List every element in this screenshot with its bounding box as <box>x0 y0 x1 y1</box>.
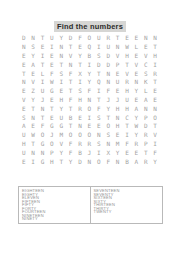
grid-cell-r3c15: H <box>150 52 159 61</box>
grid-cell-r11c13: W <box>132 122 141 131</box>
grid-cell-r3c3: I <box>38 52 47 61</box>
grid-cell-r14c12: E <box>122 148 131 157</box>
grid-cell-r15c11: N <box>113 157 122 166</box>
grid-cell-r14c13: E <box>132 148 141 157</box>
grid-cell-r14c9: I <box>94 148 103 157</box>
grid-cell-r3c7: Y <box>75 52 84 61</box>
grid-cell-r6c1: N <box>19 78 28 87</box>
grid-cell-r1c7: F <box>75 34 84 43</box>
grid-cell-r8c11: J <box>113 96 122 105</box>
grid-cell-r12c13: Y <box>132 131 141 140</box>
grid-cell-r8c13: E <box>132 96 141 105</box>
grid-cell-r12c4: J <box>47 131 56 140</box>
grid-cell-r13c4: O <box>47 140 56 149</box>
grid-cell-r4c4: E <box>47 60 56 69</box>
grid-cell-r9c14: N <box>141 104 150 113</box>
grid-cell-r1c12: E <box>122 34 131 43</box>
grid-cell-r8c14: A <box>141 96 150 105</box>
grid-cell-r1c8: O <box>85 34 94 43</box>
grid-cell-r8c7: H <box>75 96 84 105</box>
grid-cell-r2c6: T <box>66 43 75 52</box>
grid-cell-r7c15: E <box>150 87 159 96</box>
grid-cell-r13c10: N <box>104 140 113 149</box>
grid-cell-r11c1: A <box>19 122 28 131</box>
grid-cell-r13c12: F <box>122 140 131 149</box>
grid-cell-r15c14: R <box>141 157 150 166</box>
grid-cell-r14c11: Y <box>113 148 122 157</box>
grid-cell-r15c7: D <box>75 157 84 166</box>
grid-cell-r4c7: T <box>75 60 84 69</box>
grid-cell-r1c5: Y <box>57 34 66 43</box>
grid-cell-r13c15: I <box>150 140 159 149</box>
grid-cell-r2c12: W <box>122 43 131 52</box>
grid-cell-r7c9: I <box>94 87 103 96</box>
grid-cell-r5c9: T <box>94 69 103 78</box>
grid-cell-r6c12: R <box>122 78 131 87</box>
grid-cell-r5c10: N <box>104 69 113 78</box>
grid-cell-r9c3: N <box>38 104 47 113</box>
grid-cell-r11c8: E <box>85 122 94 131</box>
word-list-right-column: SEVENTEENSEVENTYSIXTEENSIXTYTHIRTEENTHIR… <box>91 187 163 223</box>
grid-cell-r10c5: U <box>57 113 66 122</box>
grid-cell-r11c2: E <box>28 122 37 131</box>
grid-cell-r11c3: F <box>38 122 47 131</box>
grid-cell-r10c13: Y <box>132 113 141 122</box>
grid-cell-r5c13: E <box>132 69 141 78</box>
grid-cell-r8c2: Y <box>28 96 37 105</box>
grid-cell-r3c10: D <box>104 52 113 61</box>
grid-cell-r13c5: V <box>57 140 66 149</box>
grid-cell-r14c2: N <box>28 148 37 157</box>
word-list-left-column: EIGHTEENEIGHTYELEVENFIFTEENFIFTYFORTYFOU… <box>19 187 91 223</box>
grid-cell-r1c3: T <box>38 34 47 43</box>
grid-cell-r8c15: E <box>150 96 159 105</box>
grid-cell-r12c14: R <box>141 131 150 140</box>
grid-cell-r4c15: I <box>150 60 159 69</box>
grid-cell-r8c12: U <box>122 96 131 105</box>
grid-cell-r11c9: E <box>94 122 103 131</box>
grid-cell-r2c2: S <box>28 43 37 52</box>
grid-cell-r13c7: R <box>75 140 84 149</box>
grid-cell-r5c15: R <box>150 69 159 78</box>
grid-cell-r14c1: U <box>19 148 28 157</box>
grid-cell-r10c12: C <box>122 113 131 122</box>
grid-cell-r3c1: E <box>19 52 28 61</box>
grid-cell-r8c8: N <box>85 96 94 105</box>
grid-cell-r2c7: E <box>75 43 84 52</box>
grid-cell-r12c9: N <box>94 131 103 140</box>
grid-cell-r12c10: S <box>104 131 113 140</box>
grid-cell-r8c5: H <box>57 96 66 105</box>
grid-cell-r7c5: E <box>57 87 66 96</box>
grid-cell-r5c3: L <box>38 69 47 78</box>
grid-cell-r6c6: T <box>66 78 75 87</box>
grid-cell-r6c13: N <box>132 78 141 87</box>
grid-cell-r14c7: B <box>75 148 84 157</box>
grid-cell-r5c11: E <box>113 69 122 78</box>
grid-cell-r13c3: G <box>38 140 47 149</box>
grid-cell-r5c8: Y <box>85 69 94 78</box>
grid-cell-r10c1: S <box>19 113 28 122</box>
grid-cell-r9c7: R <box>75 104 84 113</box>
puzzle-title-text: Find the numbers <box>54 21 126 32</box>
grid-cell-r12c12: I <box>122 131 131 140</box>
grid-cell-r2c8: Q <box>85 43 94 52</box>
grid-cell-r13c13: R <box>132 140 141 149</box>
grid-cell-r1c2: N <box>28 34 37 43</box>
word-item-ninety: NINETY <box>22 217 90 221</box>
grid-cell-r11c6: T <box>66 122 75 131</box>
grid-cell-r12c11: E <box>113 131 122 140</box>
grid-cell-r5c6: F <box>66 69 75 78</box>
grid-cell-r4c5: T <box>57 60 66 69</box>
grid-cell-r3c11: V <box>113 52 122 61</box>
grid-cell-r1c10: R <box>104 34 113 43</box>
grid-cell-r7c11: E <box>113 87 122 96</box>
grid-cell-r3c8: B <box>85 52 94 61</box>
grid-cell-r10c4: E <box>47 113 56 122</box>
grid-cell-r9c2: T <box>28 104 37 113</box>
grid-cell-r7c10: F <box>104 87 113 96</box>
grid-cell-r9c10: Y <box>104 104 113 113</box>
grid-cell-r14c3: N <box>38 148 47 157</box>
grid-cell-r11c4: G <box>47 122 56 131</box>
grid-cell-r12c1: U <box>19 131 28 140</box>
grid-cell-r1c9: U <box>94 34 103 43</box>
grid-cell-r5c1: T <box>19 69 28 78</box>
grid-cell-r1c1: D <box>19 34 28 43</box>
grid-cell-r9c5: Y <box>57 104 66 113</box>
grid-cell-r5c5: S <box>57 69 66 78</box>
grid-cell-r1c4: U <box>47 34 56 43</box>
grid-cell-r7c6: T <box>66 87 75 96</box>
grid-cell-r15c10: F <box>104 157 113 166</box>
grid-cell-r2c1: N <box>19 43 28 52</box>
grid-cell-r15c15: Y <box>150 157 159 166</box>
grid-cell-r6c10: N <box>104 78 113 87</box>
grid-cell-r15c9: O <box>94 157 103 166</box>
grid-cell-r5c7: X <box>75 69 84 78</box>
grid-cell-r8c10: J <box>104 96 113 105</box>
grid-cell-r15c5: T <box>57 157 66 166</box>
grid-cell-r9c1: E <box>19 104 28 113</box>
grid-cell-r11c15: T <box>150 122 159 131</box>
grid-cell-r9c9: F <box>94 104 103 113</box>
grid-cell-r7c8: F <box>85 87 94 96</box>
grid-cell-r10c14: P <box>141 113 150 122</box>
grid-cell-r14c4: P <box>47 148 56 157</box>
grid-cell-r14c6: F <box>66 148 75 157</box>
grid-cell-r4c12: T <box>122 60 131 69</box>
grid-cell-r8c4: E <box>47 96 56 105</box>
grid-cell-r10c6: B <box>66 113 75 122</box>
grid-cell-r10c2: N <box>28 113 37 122</box>
grid-cell-r6c7: I <box>75 78 84 87</box>
grid-cell-r15c8: N <box>85 157 94 166</box>
grid-cell-r6c2: V <box>28 78 37 87</box>
grid-cell-r6c9: Q <box>94 78 103 87</box>
word-item-twenty: TWENTY <box>94 210 163 214</box>
grid-cell-r2c15: T <box>150 43 159 52</box>
grid-cell-r9c8: O <box>85 104 94 113</box>
grid-cell-r4c8: I <box>85 60 94 69</box>
grid-cell-r9c11: H <box>113 104 122 113</box>
grid-cell-r12c5: M <box>57 131 66 140</box>
grid-cell-r15c1: E <box>19 157 28 166</box>
grid-cell-r7c14: L <box>141 87 150 96</box>
grid-cell-r14c5: Y <box>57 148 66 157</box>
grid-cell-r11c14: D <box>141 122 150 131</box>
grid-cell-r9c13: A <box>132 104 141 113</box>
grid-cell-r15c6: Y <box>66 157 75 166</box>
grid-cell-r2c4: I <box>47 43 56 52</box>
grid-cell-r1c14: N <box>141 34 150 43</box>
grid-cell-r3c4: E <box>47 52 56 61</box>
grid-cell-r10c15: O <box>150 113 159 122</box>
grid-cell-r7c7: S <box>75 87 84 96</box>
grid-cell-r2c10: U <box>104 43 113 52</box>
grid-cell-r4c11: P <box>113 60 122 69</box>
grid-cell-r6c4: W <box>47 78 56 87</box>
grid-cell-r12c6: O <box>66 131 75 140</box>
grid-cell-r13c8: R <box>85 140 94 149</box>
grid-cell-r6c8: Y <box>85 78 94 87</box>
grid-cell-r4c13: V <box>132 60 141 69</box>
grid-cell-r14c8: J <box>85 148 94 157</box>
grid-cell-r10c7: E <box>75 113 84 122</box>
grid-cell-r7c1: E <box>19 87 28 96</box>
grid-cell-r4c2: A <box>28 60 37 69</box>
grid-cell-r6c5: I <box>57 78 66 87</box>
grid-cell-r11c7: N <box>75 122 84 131</box>
grid-cell-r5c14: S <box>141 69 150 78</box>
grid-cell-r8c9: T <box>94 96 103 105</box>
grid-cell-r5c12: V <box>122 69 131 78</box>
grid-cell-r7c12: H <box>122 87 131 96</box>
grid-cell-r10c9: S <box>94 113 103 122</box>
grid-cell-r12c3: O <box>38 131 47 140</box>
grid-cell-r3c6: V <box>66 52 75 61</box>
grid-cell-r11c11: H <box>113 122 122 131</box>
grid-cell-r11c5: G <box>57 122 66 131</box>
grid-cell-r15c4: H <box>47 157 56 166</box>
grid-cell-r13c11: M <box>113 140 122 149</box>
grid-cell-r5c2: E <box>28 69 37 78</box>
grid-cell-r9c4: T <box>47 104 56 113</box>
grid-cell-r2c13: L <box>132 43 141 52</box>
grid-cell-r3c2: Y <box>28 52 37 61</box>
grid-cell-r10c3: T <box>38 113 47 122</box>
grid-cell-r9c12: H <box>122 104 131 113</box>
grid-cell-r2c3: E <box>38 43 47 52</box>
grid-cell-r2c14: E <box>141 43 150 52</box>
grid-cell-r10c10: T <box>104 113 113 122</box>
grid-cell-r1c11: T <box>113 34 122 43</box>
grid-cell-r6c15: T <box>150 78 159 87</box>
grid-cell-r2c11: N <box>113 43 122 52</box>
grid-cell-r4c1: E <box>19 60 28 69</box>
worksheet-page: Find the numbers DNTUYDFOURTEENNNSEINTEQ… <box>0 0 180 255</box>
grid-cell-r7c2: Z <box>28 87 37 96</box>
grid-cell-r6c3: I <box>38 78 47 87</box>
grid-cell-r14c10: X <box>104 148 113 157</box>
grid-cell-r10c8: I <box>85 113 94 122</box>
grid-cell-r13c6: F <box>66 140 75 149</box>
grid-cell-r12c2: W <box>28 131 37 140</box>
grid-cell-r15c2: I <box>28 157 37 166</box>
grid-cell-r8c6: F <box>66 96 75 105</box>
grid-cell-r11c12: T <box>122 122 131 131</box>
grid-cell-r3c9: S <box>94 52 103 61</box>
grid-cell-r15c3: G <box>38 157 47 166</box>
grid-cell-r8c1: V <box>19 96 28 105</box>
grid-cell-r14c14: T <box>141 148 150 157</box>
grid-cell-r14c15: F <box>150 148 159 157</box>
puzzle-title: Find the numbers <box>0 15 180 33</box>
grid-cell-r13c9: S <box>94 140 103 149</box>
grid-cell-r4c6: N <box>66 60 75 69</box>
grid-cell-r10c11: N <box>113 113 122 122</box>
grid-cell-r13c2: T <box>28 140 37 149</box>
grid-cell-r1c15: N <box>150 34 159 43</box>
grid-cell-r2c5: N <box>57 43 66 52</box>
grid-cell-r1c13: E <box>132 34 141 43</box>
grid-cell-r4c10: D <box>104 60 113 69</box>
grid-cell-r2c9: I <box>94 43 103 52</box>
grid-cell-r7c3: U <box>38 87 47 96</box>
grid-cell-r4c3: T <box>38 60 47 69</box>
grid-cell-r1c6: D <box>66 34 75 43</box>
grid-cell-r13c1: H <box>19 140 28 149</box>
grid-cell-r8c3: J <box>38 96 47 105</box>
grid-cell-r3c14: V <box>141 52 150 61</box>
grid-cell-r13c14: P <box>141 140 150 149</box>
grid-cell-r6c11: U <box>113 78 122 87</box>
grid-cell-r3c13: E <box>132 52 141 61</box>
word-list: EIGHTEENEIGHTYELEVENFIFTEENFIFTYFORTYFOU… <box>18 186 163 224</box>
grid-cell-r3c12: H <box>122 52 131 61</box>
grid-cell-r7c4: G <box>47 87 56 96</box>
grid-cell-r7c13: Y <box>132 87 141 96</box>
grid-cell-r9c15: N <box>150 104 159 113</box>
grid-cell-r12c15: V <box>150 131 159 140</box>
grid-cell-r11c10: O <box>104 122 113 131</box>
grid-cell-r3c5: N <box>57 52 66 61</box>
grid-cell-r4c14: C <box>141 60 150 69</box>
grid-cell-r4c9: D <box>94 60 103 69</box>
grid-cell-r5c4: F <box>47 69 56 78</box>
grid-cell-r6c14: K <box>141 78 150 87</box>
grid-cell-r15c12: B <box>122 157 131 166</box>
grid-cell-r15c13: A <box>132 157 141 166</box>
grid-cell-r12c7: O <box>75 131 84 140</box>
letter-grid: DNTUYDFOURTEENNNSEINTEQIUNWLETEYIENVYBSD… <box>19 34 160 166</box>
grid-cell-r9c6: T <box>66 104 75 113</box>
grid-cell-r12c8: O <box>85 131 94 140</box>
